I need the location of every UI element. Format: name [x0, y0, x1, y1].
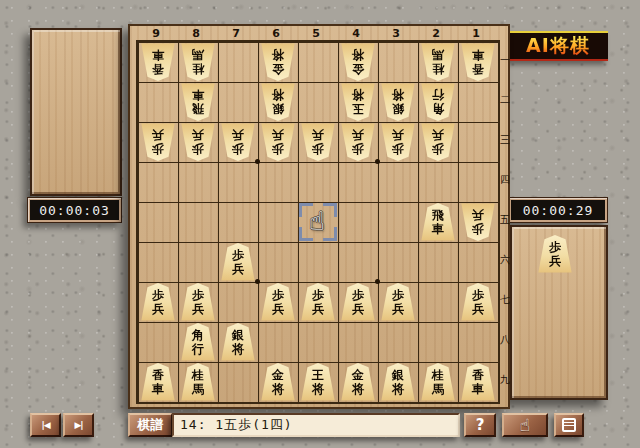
piece-pawn[interactable]: 歩兵 — [301, 123, 335, 161]
piece-pawn[interactable]: 歩兵 — [301, 283, 335, 321]
star-point — [375, 159, 380, 164]
piece-pawn[interactable]: 歩兵 — [341, 283, 375, 321]
piece-lance[interactable]: 香車 — [461, 43, 495, 81]
kifu-label: 棋譜 — [128, 413, 172, 437]
piece-silver[interactable]: 銀将 — [381, 83, 415, 121]
piece-pawn[interactable]: 歩兵 — [221, 243, 255, 281]
row-labels: 一二三四五六七八九 — [498, 40, 512, 400]
display-icon — [562, 418, 576, 432]
piece-knight[interactable]: 桂馬 — [421, 43, 455, 81]
piece-gold[interactable]: 金将 — [341, 43, 375, 81]
nav-last-button[interactable]: ▶| — [63, 413, 94, 437]
hand-mode-button[interactable]: ☝ — [502, 413, 548, 437]
piece-pawn[interactable]: 歩兵 — [261, 283, 295, 321]
piece-pawn[interactable]: 歩兵 — [141, 123, 175, 161]
sente-captured-stand[interactable]: 歩兵 — [510, 225, 608, 400]
piece-knight[interactable]: 桂馬 — [181, 43, 215, 81]
star-point — [255, 159, 260, 164]
piece-gold[interactable]: 金将 — [261, 43, 295, 81]
gote-captured-stand[interactable] — [30, 28, 122, 196]
piece-pawn[interactable]: 歩兵 — [261, 123, 295, 161]
nav-first-button[interactable]: |◀ — [30, 413, 61, 437]
kifu-move-field[interactable]: 14: 1五歩(1四) — [172, 413, 460, 437]
display-button[interactable] — [554, 413, 584, 437]
piece-rook[interactable]: 飛車 — [181, 83, 215, 121]
piece-pawn[interactable]: 歩兵 — [421, 123, 455, 161]
hand-icon: ☝ — [520, 415, 530, 435]
board-grid[interactable]: 香車桂馬金将金将桂馬香車飛車銀将玉将銀将角行歩兵歩兵歩兵歩兵歩兵歩兵歩兵歩兵歩兵… — [136, 40, 500, 404]
kifu-move-text: 14: 1五歩(1四) — [174, 416, 293, 434]
sente-clock-time: 00:00:29 — [523, 203, 594, 218]
help-button[interactable]: ? — [464, 413, 496, 437]
nav-first-icon: |◀ — [41, 420, 49, 430]
piece-pawn[interactable]: 歩兵 — [221, 123, 255, 161]
piece-pawn[interactable]: 歩兵 — [381, 283, 415, 321]
piece-pawn[interactable]: 歩兵 — [538, 235, 572, 273]
game-screen: 00:00:03 AI将棋 00:00:29 歩兵 987654321 一二三四… — [0, 0, 640, 448]
piece-gold[interactable]: 金将 — [261, 363, 295, 401]
star-point — [375, 279, 380, 284]
shogi-board: 987654321 一二三四五六七八九 香車桂馬金将金将桂馬香車飛車銀将玉将銀将… — [128, 24, 510, 409]
piece-pawn[interactable]: 歩兵 — [461, 283, 495, 321]
piece-bishop[interactable]: 角行 — [421, 83, 455, 121]
piece-bishop[interactable]: 角行 — [181, 323, 215, 361]
piece-king[interactable]: 王将 — [301, 363, 335, 401]
piece-pawn[interactable]: 歩兵 — [181, 283, 215, 321]
piece-knight[interactable]: 桂馬 — [181, 363, 215, 401]
sente-clock: 00:00:29 — [508, 197, 608, 223]
piece-rook[interactable]: 飛車 — [421, 203, 455, 241]
gote-clock-time: 00:00:03 — [39, 203, 110, 218]
piece-silver[interactable]: 銀将 — [381, 363, 415, 401]
gote-clock-display: 00:00:03 — [30, 200, 119, 220]
piece-king[interactable]: 玉将 — [341, 83, 375, 121]
piece-pawn[interactable]: 歩兵 — [341, 123, 375, 161]
piece-pawn[interactable]: 歩兵 — [181, 123, 215, 161]
piece-silver[interactable]: 銀将 — [221, 323, 255, 361]
piece-pawn[interactable]: 歩兵 — [141, 283, 175, 321]
app-logo-text: AI将棋 — [526, 33, 590, 59]
sente-clock-display: 00:00:29 — [511, 200, 605, 220]
piece-lance[interactable]: 香車 — [141, 43, 175, 81]
gote-clock: 00:00:03 — [27, 197, 122, 223]
star-point — [255, 279, 260, 284]
piece-knight[interactable]: 桂馬 — [421, 363, 455, 401]
piece-gold[interactable]: 金将 — [341, 363, 375, 401]
hand-cursor-icon: ☝ — [309, 206, 325, 236]
piece-lance[interactable]: 香車 — [141, 363, 175, 401]
piece-pawn[interactable]: 歩兵 — [381, 123, 415, 161]
nav-last-icon: ▶| — [74, 420, 82, 430]
app-logo: AI将棋 — [508, 31, 608, 61]
help-icon: ? — [476, 416, 485, 434]
piece-pawn[interactable]: 歩兵 — [461, 203, 495, 241]
piece-silver[interactable]: 銀将 — [261, 83, 295, 121]
selection-cursor: ☝ — [298, 202, 338, 242]
column-labels: 987654321 — [136, 27, 496, 41]
piece-lance[interactable]: 香車 — [461, 363, 495, 401]
